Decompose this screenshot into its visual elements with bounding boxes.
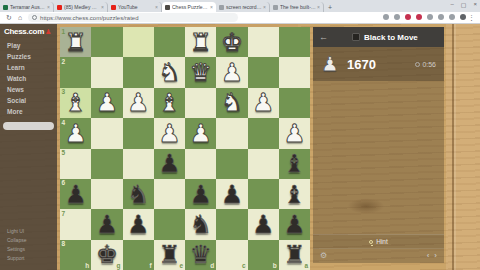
chesscom-page: Chess.com ♟ PlayPuzzlesLearnWatchNewsSoc… <box>0 24 480 270</box>
tab-title: Terramar Australia - Microsoft E <box>10 4 46 10</box>
sidebar-footer-link[interactable]: Light UI <box>0 226 57 235</box>
lightbulb-icon <box>369 240 373 244</box>
square-f7[interactable]: ♟ <box>123 209 154 239</box>
tab-close-icon[interactable]: × <box>210 4 213 10</box>
extension-icon[interactable] <box>460 14 466 20</box>
piece-black-pawn[interactable]: ♟ <box>279 209 310 239</box>
sidebar-footer: Light UICollapseSettingsSupport <box>0 226 57 262</box>
square-h5[interactable]: 5 <box>60 149 91 179</box>
sidebar-footer-link[interactable]: Collapse <box>0 235 57 244</box>
clock-icon <box>415 62 420 67</box>
logo-text: Chess.com <box>4 27 44 36</box>
chesscom-logo[interactable]: Chess.com ♟ <box>0 24 57 40</box>
sidebar-item-social[interactable]: Social <box>0 95 57 106</box>
square-a1[interactable] <box>279 27 310 57</box>
window-controls: – ▢ × <box>450 1 477 8</box>
gear-icon[interactable]: ⚙ <box>320 252 327 260</box>
piece-black-pawn[interactable]: ♟ <box>185 179 216 209</box>
piece-black-pawn[interactable]: ♟ <box>216 179 247 209</box>
square-a5[interactable]: ♝ <box>279 149 310 179</box>
square-a3[interactable] <box>279 88 310 118</box>
square-h4[interactable]: 4♟ <box>60 118 91 148</box>
piece-black-pawn[interactable]: ♟ <box>248 209 279 239</box>
piece-white-pawn[interactable]: ♟ <box>185 118 216 148</box>
site-info-icon[interactable] <box>32 15 37 20</box>
tab-favicon <box>219 5 224 10</box>
sidebar-item-label: Watch <box>7 75 26 82</box>
rating-pawn-icon: ♟ <box>321 54 339 74</box>
square-b7[interactable]: ♟ <box>248 209 279 239</box>
chess-board: 1♜♜♚2♞♛♟3♝♟♟♝♞♟4♟♟♟♟5♟♝6♟♞♟♟♝7♟♟♞♟♟8hg♚f… <box>60 27 310 270</box>
home-icon[interactable]: ⌂ <box>18 14 22 21</box>
puzzle-panel-body <box>313 81 444 234</box>
extension-icon[interactable] <box>427 14 433 20</box>
square-e8[interactable]: e♜ <box>154 240 185 270</box>
piece-white-rook[interactable]: ♜ <box>60 27 91 57</box>
square-f1[interactable] <box>123 27 154 57</box>
puzzle-status-bar: ← Black to Move <box>313 27 444 47</box>
piece-black-bishop[interactable]: ♝ <box>279 179 310 209</box>
tab-title: (85) Medley Mystery Train - <box>64 4 100 10</box>
reload-icon[interactable]: ↻ <box>6 14 12 21</box>
square-g7[interactable]: ♟ <box>91 209 122 239</box>
sidebar-item-learn[interactable]: Learn <box>0 62 57 73</box>
file-label: f <box>150 263 152 270</box>
square-d6[interactable]: ♟ <box>185 179 216 209</box>
puzzle-pager: ‹ › <box>427 252 437 260</box>
tab-close-icon[interactable]: × <box>263 4 266 10</box>
browser-tab-bar: Terramar Australia - Microsoft E×(85) Me… <box>0 0 480 12</box>
piece-white-knight[interactable]: ♞ <box>154 57 185 87</box>
tab-close-icon[interactable]: × <box>155 4 158 10</box>
piece-white-bishop[interactable]: ♝ <box>154 88 185 118</box>
square-d5[interactable] <box>185 149 216 179</box>
tab-title: screen recorder - Search <box>226 4 262 10</box>
sidebar-item-news[interactable]: News <box>0 84 57 95</box>
square-c5[interactable] <box>216 149 247 179</box>
square-g8[interactable]: g♚ <box>91 240 122 270</box>
square-e4[interactable]: ♟ <box>154 118 185 148</box>
square-b1[interactable] <box>248 27 279 57</box>
black-side-icon <box>352 33 360 41</box>
maximize-button[interactable]: ▢ <box>461 1 467 8</box>
sidebar-item-label: Learn <box>7 64 25 71</box>
square-f2[interactable] <box>123 57 154 87</box>
piece-black-pawn[interactable]: ♟ <box>123 209 154 239</box>
square-c1[interactable]: ♚ <box>216 27 247 57</box>
status-text: Black to Move <box>364 33 418 42</box>
piece-white-rook[interactable]: ♜ <box>185 27 216 57</box>
tab-favicon <box>57 5 62 10</box>
square-g1[interactable] <box>91 27 122 57</box>
puzzle-timer: 0:56 <box>415 61 436 68</box>
piece-white-pawn[interactable]: ♟ <box>154 118 185 148</box>
square-b5[interactable] <box>248 149 279 179</box>
square-d2[interactable]: ♛ <box>185 57 216 87</box>
piece-black-bishop[interactable]: ♝ <box>279 149 310 179</box>
square-g4[interactable] <box>91 118 122 148</box>
browser-tab[interactable]: Chess Puzzles - Improve Your C× <box>162 2 216 12</box>
square-h7[interactable]: 7 <box>60 209 91 239</box>
piece-black-pawn[interactable]: ♟ <box>60 179 91 209</box>
extension-icon[interactable] <box>449 14 455 20</box>
square-a7[interactable]: ♟ <box>279 209 310 239</box>
puzzle-rating-row: ♟ 1670 0:56 <box>313 47 444 81</box>
piece-white-pawn[interactable]: ♟ <box>248 88 279 118</box>
square-g2[interactable] <box>91 57 122 87</box>
browser-toolbar-icons <box>383 14 466 20</box>
browser-tab[interactable]: screen recorder - Search× <box>216 2 270 12</box>
hint-button[interactable]: Hint <box>313 234 444 249</box>
square-d1[interactable]: ♜ <box>185 27 216 57</box>
square-f4[interactable] <box>123 118 154 148</box>
browser-tab[interactable]: The free built-in Windows 10's× <box>270 2 324 12</box>
piece-white-knight[interactable]: ♞ <box>216 88 247 118</box>
square-d4[interactable]: ♟ <box>185 118 216 148</box>
sidebar-footer-link[interactable]: Support <box>0 253 57 262</box>
square-a2[interactable] <box>279 57 310 87</box>
tab-favicon <box>273 5 278 10</box>
piece-white-pawn[interactable]: ♟ <box>91 88 122 118</box>
square-g5[interactable] <box>91 149 122 179</box>
piece-black-rook[interactable]: ♜ <box>279 240 310 270</box>
pawn-logo-icon: ♟ <box>45 28 51 35</box>
rank-label: 5 <box>62 150 66 157</box>
tab-favicon <box>165 5 170 10</box>
file-label: c <box>242 263 246 270</box>
square-a8[interactable]: a♜ <box>279 240 310 270</box>
sidebar-nav: PlayPuzzlesLearnWatchNewsSocialMore <box>0 40 57 117</box>
piece-black-knight[interactable]: ♞ <box>185 209 216 239</box>
piece-white-king[interactable]: ♚ <box>216 27 247 57</box>
square-d8[interactable]: d♛ <box>185 240 216 270</box>
close-button[interactable]: × <box>473 1 477 8</box>
square-c8[interactable]: c <box>216 240 247 270</box>
piece-white-pawn[interactable]: ♟ <box>216 57 247 87</box>
piece-white-queen[interactable]: ♛ <box>185 57 216 87</box>
square-f8[interactable]: f <box>123 240 154 270</box>
square-a4[interactable]: ♟ <box>279 118 310 148</box>
square-c6[interactable]: ♟ <box>216 179 247 209</box>
sidebar-item-play[interactable]: Play <box>0 40 57 51</box>
browser-tab[interactable]: Terramar Australia - Microsoft E× <box>0 2 54 12</box>
sidebar-footer-link[interactable]: Settings <box>0 244 57 253</box>
piece-white-pawn[interactable]: ♟ <box>123 88 154 118</box>
file-label: h <box>85 263 89 270</box>
extension-icon[interactable] <box>383 14 389 20</box>
square-b6[interactable] <box>248 179 279 209</box>
tab-favicon <box>3 5 8 10</box>
rank-label: 7 <box>62 211 66 218</box>
square-h1[interactable]: 1♜ <box>60 27 91 57</box>
piece-black-rook[interactable]: ♜ <box>154 240 185 270</box>
puzzle-rating: 1670 <box>347 57 376 72</box>
square-b3[interactable]: ♟ <box>248 88 279 118</box>
piece-white-pawn[interactable]: ♟ <box>60 118 91 148</box>
extension-icon[interactable] <box>394 14 400 20</box>
sidebar-item-label: Puzzles <box>7 53 31 60</box>
piece-white-pawn[interactable]: ♟ <box>279 118 310 148</box>
piece-black-knight[interactable]: ♞ <box>123 179 154 209</box>
sidebar-search-input[interactable] <box>3 122 54 130</box>
square-h3[interactable]: 3♝ <box>60 88 91 118</box>
square-b8[interactable]: b <box>248 240 279 270</box>
square-c2[interactable]: ♟ <box>216 57 247 87</box>
square-d7[interactable]: ♞ <box>185 209 216 239</box>
extension-icon[interactable] <box>438 14 444 20</box>
square-e1[interactable] <box>154 27 185 57</box>
new-tab-button[interactable]: + <box>328 4 332 11</box>
square-e3[interactable]: ♝ <box>154 88 185 118</box>
square-h8[interactable]: 8h <box>60 240 91 270</box>
piece-black-king[interactable]: ♚ <box>91 240 122 270</box>
browser-tab[interactable]: YouTube× <box>108 2 162 12</box>
piece-black-pawn[interactable]: ♟ <box>154 149 185 179</box>
sidebar-item-label: Play <box>7 42 20 49</box>
puzzle-panel: ← Black to Move ♟ 1670 0:56 Hint ⚙ <box>313 27 444 263</box>
extension-icon[interactable] <box>416 14 422 20</box>
square-g6[interactable] <box>91 179 122 209</box>
square-f3[interactable]: ♟ <box>123 88 154 118</box>
square-f6[interactable]: ♞ <box>123 179 154 209</box>
sidebar-item-watch[interactable]: Watch <box>0 73 57 84</box>
hint-label: Hint <box>376 238 388 245</box>
file-label: b <box>273 263 277 270</box>
browser-menu-icon[interactable]: ⋮ <box>468 14 475 22</box>
timer-text: 0:56 <box>422 61 436 68</box>
square-c4[interactable] <box>216 118 247 148</box>
square-h2[interactable]: 2 <box>60 57 91 87</box>
square-c3[interactable]: ♞ <box>216 88 247 118</box>
square-b2[interactable] <box>248 57 279 87</box>
tab-favicon <box>111 5 116 10</box>
tab-title: YouTube <box>118 4 154 10</box>
tab-close-icon[interactable]: × <box>47 4 50 10</box>
puzzle-panel-footer: ⚙ ‹ › <box>313 249 444 263</box>
sidebar: Chess.com ♟ PlayPuzzlesLearnWatchNewsSoc… <box>0 24 57 270</box>
url-text: https://www.chess.com/puzzles/rated <box>40 15 138 21</box>
square-h6[interactable]: 6♟ <box>60 179 91 209</box>
sidebar-item-label: News <box>7 86 24 93</box>
square-d3[interactable] <box>185 88 216 118</box>
tab-close-icon[interactable]: × <box>101 4 104 10</box>
extension-icon[interactable] <box>405 14 411 20</box>
url-field[interactable]: https://www.chess.com/puzzles/rated <box>28 13 238 22</box>
tab-close-icon[interactable]: × <box>317 4 320 10</box>
square-g3[interactable]: ♟ <box>91 88 122 118</box>
square-b4[interactable] <box>248 118 279 148</box>
minimize-button[interactable]: – <box>450 1 453 8</box>
square-e7[interactable] <box>154 209 185 239</box>
square-c7[interactable] <box>216 209 247 239</box>
previous-puzzle-icon[interactable]: ‹ <box>427 252 430 260</box>
square-e2[interactable]: ♞ <box>154 57 185 87</box>
tab-title: The free built-in Windows 10's <box>280 4 316 10</box>
sidebar-item-more[interactable]: More <box>0 106 57 117</box>
rank-label: 8 <box>62 241 66 248</box>
piece-black-pawn[interactable]: ♟ <box>91 209 122 239</box>
square-a6[interactable]: ♝ <box>279 179 310 209</box>
browser-window: Terramar Australia - Microsoft E×(85) Me… <box>0 0 480 270</box>
square-e6[interactable] <box>154 179 185 209</box>
square-e5[interactable]: ♟ <box>154 149 185 179</box>
sidebar-item-puzzles[interactable]: Puzzles <box>0 51 57 62</box>
tab-title: Chess Puzzles - Improve Your C <box>172 4 209 10</box>
piece-black-queen[interactable]: ♛ <box>185 240 216 270</box>
next-puzzle-icon[interactable]: › <box>434 252 437 260</box>
sidebar-item-label: More <box>7 108 23 115</box>
square-f5[interactable] <box>123 149 154 179</box>
back-arrow-icon[interactable]: ← <box>319 32 328 42</box>
piece-white-bishop[interactable]: ♝ <box>60 88 91 118</box>
sidebar-item-label: Social <box>7 97 26 104</box>
rank-label: 2 <box>62 59 66 66</box>
browser-tab[interactable]: (85) Medley Mystery Train -× <box>54 2 108 12</box>
